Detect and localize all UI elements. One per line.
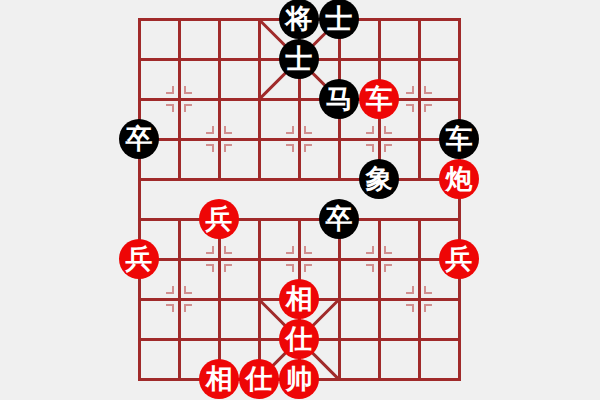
piece-black-pawn[interactable]: 卒 [319,199,359,239]
piece-black-advisor[interactable]: 士 [279,39,319,79]
piece-black-pawn[interactable]: 卒 [119,119,159,159]
piece-red-advisor[interactable]: 仕 [279,319,319,359]
piece-red-pawn[interactable]: 兵 [439,239,479,279]
piece-red-pawn[interactable]: 兵 [119,239,159,279]
piece-red-pawn[interactable]: 兵 [199,199,239,239]
piece-black-advisor[interactable]: 士 [319,0,359,39]
piece-red-chariot[interactable]: 车 [359,79,399,119]
xiangqi-board[interactable]: 将士士马车卒车象炮兵卒兵兵相仕相仕帅 [119,0,479,399]
piece-red-elephant[interactable]: 相 [279,279,319,319]
xiangqi-screenshot: 将士士马车卒车象炮兵卒兵兵相仕相仕帅 [0,0,600,400]
piece-black-chariot[interactable]: 车 [439,119,479,159]
piece-black-general[interactable]: 将 [279,0,319,39]
piece-red-cannon[interactable]: 炮 [439,159,479,199]
piece-red-advisor[interactable]: 仕 [239,359,279,399]
piece-red-king[interactable]: 帅 [279,359,319,399]
piece-black-elephant[interactable]: 象 [359,159,399,199]
piece-black-horse[interactable]: 马 [319,79,359,119]
piece-red-elephant[interactable]: 相 [199,359,239,399]
